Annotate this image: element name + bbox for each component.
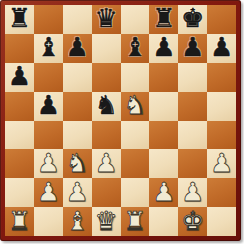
piece-black-rook: ♜ <box>8 5 31 31</box>
piece-black-knight: ♞ <box>94 92 117 118</box>
square-g1[interactable]: ♚ <box>178 207 207 236</box>
piece-black-pawn: ♟ <box>152 34 175 60</box>
square-f8[interactable]: ♜ <box>149 5 178 34</box>
piece-white-rook: ♜ <box>123 208 146 234</box>
square-a7[interactable] <box>5 34 34 63</box>
square-d4[interactable] <box>92 121 121 150</box>
square-e5[interactable]: ♞ <box>121 92 150 121</box>
square-h2[interactable] <box>207 178 236 207</box>
piece-white-pawn: ♟ <box>37 150 60 176</box>
square-e7[interactable]: ♝ <box>121 34 150 63</box>
piece-white-pawn: ♟ <box>37 179 60 205</box>
square-c5[interactable] <box>63 92 92 121</box>
square-d5[interactable]: ♞ <box>92 92 121 121</box>
square-e1[interactable]: ♜ <box>121 207 150 236</box>
piece-black-pawn: ♟ <box>37 92 60 118</box>
piece-black-bishop: ♝ <box>37 34 60 60</box>
square-g5[interactable] <box>178 92 207 121</box>
square-b6[interactable] <box>34 63 63 92</box>
piece-white-pawn: ♟ <box>152 179 175 205</box>
square-a2[interactable] <box>5 178 34 207</box>
piece-black-queen: ♛ <box>94 5 117 31</box>
piece-black-rook: ♜ <box>152 5 175 31</box>
piece-black-pawn: ♟ <box>66 34 89 60</box>
square-b3[interactable]: ♟ <box>34 149 63 178</box>
square-e4[interactable] <box>121 121 150 150</box>
square-f5[interactable] <box>149 92 178 121</box>
piece-white-pawn: ♟ <box>210 150 233 176</box>
piece-white-pawn: ♟ <box>66 179 89 205</box>
piece-white-bishop: ♝ <box>66 208 89 234</box>
square-d6[interactable] <box>92 63 121 92</box>
square-d3[interactable]: ♟ <box>92 149 121 178</box>
square-h5[interactable] <box>207 92 236 121</box>
square-a1[interactable]: ♜ <box>5 207 34 236</box>
square-h8[interactable] <box>207 5 236 34</box>
square-g7[interactable]: ♟ <box>178 34 207 63</box>
square-b7[interactable]: ♝ <box>34 34 63 63</box>
square-c4[interactable] <box>63 121 92 150</box>
square-d8[interactable]: ♛ <box>92 5 121 34</box>
square-f3[interactable] <box>149 149 178 178</box>
piece-white-rook: ♜ <box>8 208 31 234</box>
square-c8[interactable] <box>63 5 92 34</box>
square-b4[interactable] <box>34 121 63 150</box>
square-b2[interactable]: ♟ <box>34 178 63 207</box>
square-f2[interactable]: ♟ <box>149 178 178 207</box>
piece-white-knight: ♞ <box>123 92 146 118</box>
square-c3[interactable]: ♞ <box>63 149 92 178</box>
square-g4[interactable] <box>178 121 207 150</box>
square-g3[interactable] <box>178 149 207 178</box>
piece-black-bishop: ♝ <box>123 34 146 60</box>
square-c1[interactable]: ♝ <box>63 207 92 236</box>
piece-black-pawn: ♟ <box>181 34 204 60</box>
piece-black-pawn: ♟ <box>8 63 31 89</box>
square-c7[interactable]: ♟ <box>63 34 92 63</box>
square-f1[interactable] <box>149 207 178 236</box>
piece-white-knight: ♞ <box>66 150 89 176</box>
square-g6[interactable] <box>178 63 207 92</box>
square-f4[interactable] <box>149 121 178 150</box>
square-h7[interactable]: ♟ <box>207 34 236 63</box>
square-b5[interactable]: ♟ <box>34 92 63 121</box>
chessboard-frame: ♜♛♜♚♝♟♝♟♟♟♟♟♞♞♟♞♟♟♟♟♟♟♜♝♛♜♚ <box>0 0 241 241</box>
square-a5[interactable] <box>5 92 34 121</box>
board: ♜♛♜♚♝♟♝♟♟♟♟♟♞♞♟♞♟♟♟♟♟♟♜♝♛♜♚ <box>5 5 236 236</box>
square-b1[interactable] <box>34 207 63 236</box>
square-c2[interactable]: ♟ <box>63 178 92 207</box>
square-g8[interactable]: ♚ <box>178 5 207 34</box>
square-e8[interactable] <box>121 5 150 34</box>
square-e2[interactable] <box>121 178 150 207</box>
square-h3[interactable]: ♟ <box>207 149 236 178</box>
square-a6[interactable]: ♟ <box>5 63 34 92</box>
square-a3[interactable] <box>5 149 34 178</box>
piece-white-queen: ♛ <box>94 208 117 234</box>
square-d2[interactable] <box>92 178 121 207</box>
square-b8[interactable] <box>34 5 63 34</box>
piece-white-pawn: ♟ <box>181 179 204 205</box>
piece-black-king: ♚ <box>181 5 204 31</box>
square-h1[interactable] <box>207 207 236 236</box>
square-d1[interactable]: ♛ <box>92 207 121 236</box>
piece-white-king: ♚ <box>181 208 204 234</box>
square-d7[interactable] <box>92 34 121 63</box>
square-h4[interactable] <box>207 121 236 150</box>
page: ♜♛♜♚♝♟♝♟♟♟♟♟♞♞♟♞♟♟♟♟♟♟♜♝♛♜♚ <box>0 0 244 244</box>
square-f7[interactable]: ♟ <box>149 34 178 63</box>
square-f6[interactable] <box>149 63 178 92</box>
piece-black-pawn: ♟ <box>210 34 233 60</box>
square-g2[interactable]: ♟ <box>178 178 207 207</box>
square-e6[interactable] <box>121 63 150 92</box>
square-h6[interactable] <box>207 63 236 92</box>
square-a4[interactable] <box>5 121 34 150</box>
square-c6[interactable] <box>63 63 92 92</box>
square-a8[interactable]: ♜ <box>5 5 34 34</box>
square-e3[interactable] <box>121 149 150 178</box>
piece-white-pawn: ♟ <box>94 150 117 176</box>
